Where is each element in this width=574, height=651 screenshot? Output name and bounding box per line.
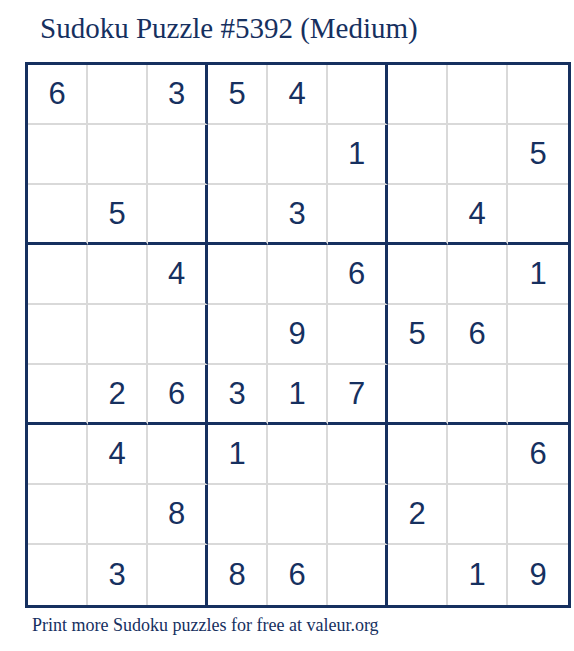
cell-r5c8[interactable]: 6 xyxy=(448,305,508,365)
cell-r2c6[interactable]: 1 xyxy=(328,125,388,185)
cell-r7c2[interactable]: 4 xyxy=(88,425,148,485)
cell-r5c5[interactable]: 9 xyxy=(268,305,328,365)
cell-r5c1[interactable] xyxy=(28,305,88,365)
cell-r7c3[interactable] xyxy=(148,425,208,485)
cell-r6c3[interactable]: 6 xyxy=(148,365,208,425)
cell-r1c6[interactable] xyxy=(328,65,388,125)
sudoku-grid: 635415534461956263174168238619 xyxy=(25,62,571,608)
cell-r8c3[interactable]: 8 xyxy=(148,485,208,545)
cell-r2c1[interactable] xyxy=(28,125,88,185)
cell-r1c4[interactable]: 5 xyxy=(208,65,268,125)
cell-r8c7[interactable]: 2 xyxy=(388,485,448,545)
cell-r4c8[interactable] xyxy=(448,245,508,305)
footer-text: Print more Sudoku puzzles for free at va… xyxy=(32,615,379,636)
cell-r9c8[interactable]: 1 xyxy=(448,545,508,605)
cell-r6c8[interactable] xyxy=(448,365,508,425)
cell-r1c1[interactable]: 6 xyxy=(28,65,88,125)
sudoku-page: Sudoku Puzzle #5392 (Medium) 63541553446… xyxy=(0,0,574,651)
cell-r6c9[interactable] xyxy=(508,365,568,425)
cell-r5c6[interactable] xyxy=(328,305,388,365)
cell-r6c6[interactable]: 7 xyxy=(328,365,388,425)
cell-r6c4[interactable]: 3 xyxy=(208,365,268,425)
cell-r6c5[interactable]: 1 xyxy=(268,365,328,425)
cell-r1c3[interactable]: 3 xyxy=(148,65,208,125)
cell-r3c6[interactable] xyxy=(328,185,388,245)
cell-r6c1[interactable] xyxy=(28,365,88,425)
cell-r7c4[interactable]: 1 xyxy=(208,425,268,485)
cell-r3c4[interactable] xyxy=(208,185,268,245)
cell-r5c9[interactable] xyxy=(508,305,568,365)
cell-r6c7[interactable] xyxy=(388,365,448,425)
cell-r9c5[interactable]: 6 xyxy=(268,545,328,605)
cell-r5c4[interactable] xyxy=(208,305,268,365)
cell-r2c9[interactable]: 5 xyxy=(508,125,568,185)
cell-r4c3[interactable]: 4 xyxy=(148,245,208,305)
cell-r7c1[interactable] xyxy=(28,425,88,485)
cell-r3c8[interactable]: 4 xyxy=(448,185,508,245)
cell-r4c1[interactable] xyxy=(28,245,88,305)
cell-r5c2[interactable] xyxy=(88,305,148,365)
cell-r7c7[interactable] xyxy=(388,425,448,485)
cell-r7c6[interactable] xyxy=(328,425,388,485)
cell-r2c5[interactable] xyxy=(268,125,328,185)
cell-r3c5[interactable]: 3 xyxy=(268,185,328,245)
cell-r2c2[interactable] xyxy=(88,125,148,185)
cell-r9c7[interactable] xyxy=(388,545,448,605)
cell-r4c9[interactable]: 1 xyxy=(508,245,568,305)
cell-r6c2[interactable]: 2 xyxy=(88,365,148,425)
cell-r3c2[interactable]: 5 xyxy=(88,185,148,245)
cell-r9c1[interactable] xyxy=(28,545,88,605)
cell-r7c8[interactable] xyxy=(448,425,508,485)
cell-r1c7[interactable] xyxy=(388,65,448,125)
cell-r8c5[interactable] xyxy=(268,485,328,545)
cell-r8c4[interactable] xyxy=(208,485,268,545)
cell-r2c8[interactable] xyxy=(448,125,508,185)
cell-r7c9[interactable]: 6 xyxy=(508,425,568,485)
cell-r9c2[interactable]: 3 xyxy=(88,545,148,605)
cell-r4c6[interactable]: 6 xyxy=(328,245,388,305)
cell-r1c8[interactable] xyxy=(448,65,508,125)
cell-r1c9[interactable] xyxy=(508,65,568,125)
cell-r7c5[interactable] xyxy=(268,425,328,485)
cell-r8c1[interactable] xyxy=(28,485,88,545)
cell-r9c3[interactable] xyxy=(148,545,208,605)
cell-r8c9[interactable] xyxy=(508,485,568,545)
cell-r4c4[interactable] xyxy=(208,245,268,305)
cell-r5c3[interactable] xyxy=(148,305,208,365)
cell-r9c6[interactable] xyxy=(328,545,388,605)
cell-r8c2[interactable] xyxy=(88,485,148,545)
cell-r2c3[interactable] xyxy=(148,125,208,185)
cell-r9c4[interactable]: 8 xyxy=(208,545,268,605)
cell-r8c6[interactable] xyxy=(328,485,388,545)
cell-r5c7[interactable]: 5 xyxy=(388,305,448,365)
cell-r3c3[interactable] xyxy=(148,185,208,245)
cell-r4c5[interactable] xyxy=(268,245,328,305)
cell-r3c9[interactable] xyxy=(508,185,568,245)
cell-r4c7[interactable] xyxy=(388,245,448,305)
cell-r4c2[interactable] xyxy=(88,245,148,305)
cell-r1c5[interactable]: 4 xyxy=(268,65,328,125)
page-title: Sudoku Puzzle #5392 (Medium) xyxy=(40,12,418,45)
cell-r2c4[interactable] xyxy=(208,125,268,185)
cell-r2c7[interactable] xyxy=(388,125,448,185)
cell-r3c7[interactable] xyxy=(388,185,448,245)
cell-r1c2[interactable] xyxy=(88,65,148,125)
cell-r9c9[interactable]: 9 xyxy=(508,545,568,605)
cell-r8c8[interactable] xyxy=(448,485,508,545)
cell-r3c1[interactable] xyxy=(28,185,88,245)
